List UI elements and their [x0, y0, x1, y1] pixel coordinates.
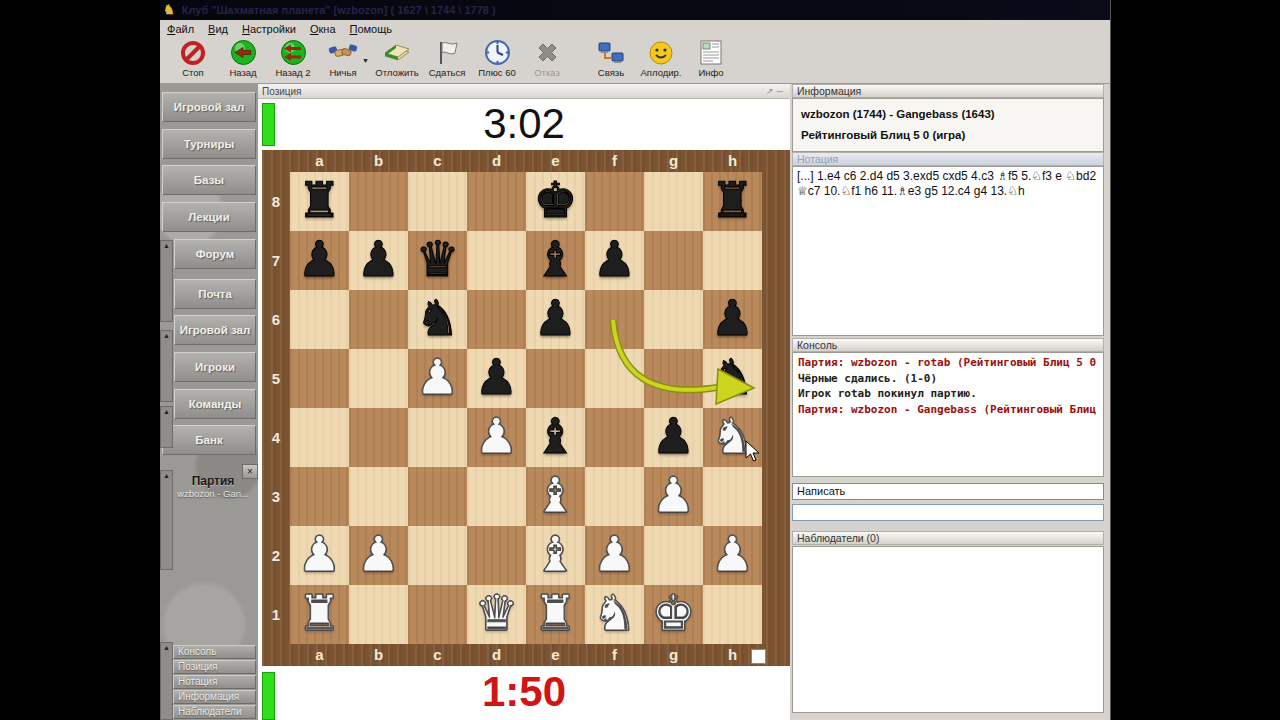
notation-panel[interactable]: [...] 1.e4 c6 2.d4 d5 3.exd5 cxd5 4.c3 ♗…: [792, 166, 1104, 336]
toolbar-button-handshake[interactable]: Ничья: [318, 38, 368, 82]
square-f3[interactable]: [585, 467, 644, 526]
reject-x-icon: [532, 38, 562, 67]
toolbar-button-label: Ничья: [329, 67, 356, 78]
toolbar-button-adjourn-book[interactable]: Отложить: [372, 38, 422, 82]
black-king-e8: ♚: [526, 172, 585, 231]
expand-arrow-icon: ▲: [163, 408, 170, 415]
black-pawn-a7: ♟: [290, 231, 349, 290]
toolbar-button-clock-plus[interactable]: Плюс 60: [472, 38, 522, 82]
file-label-d: d: [467, 150, 526, 172]
menu-item-файл[interactable]: Файл: [160, 20, 201, 38]
white-pawn-d4: ♟: [467, 408, 526, 467]
square-a2[interactable]: ♟: [290, 526, 349, 585]
restore-icon[interactable]: ↗: [766, 86, 777, 96]
file-label-h: h: [703, 150, 762, 172]
position-panel-titlebar: Позиция ↗─: [258, 84, 790, 99]
white-knight-f1: ♞: [585, 585, 644, 644]
sidebar-item-турниры[interactable]: Турниры: [162, 129, 256, 159]
square-b3[interactable]: [349, 467, 408, 526]
file-label-c: c: [408, 150, 467, 172]
file-label-c: c: [408, 644, 467, 666]
square-c7[interactable]: ♛: [408, 231, 467, 290]
sidebar-item-команды[interactable]: Команды: [174, 389, 256, 419]
console-line: Партия: wzbozon - rotab (Рейтинговый Бли…: [798, 355, 1098, 371]
expand-arrow-icon: ▲: [163, 242, 170, 249]
square-d6[interactable]: [467, 290, 526, 349]
console-panel[interactable]: Партия: wzbozon - rotab (Рейтинговый Бли…: [792, 352, 1104, 477]
sidebar-item-игровой-зал-2[interactable]: Игровой зал: [174, 315, 256, 345]
square-c6[interactable]: ♞: [408, 290, 467, 349]
close-icon[interactable]: ×: [242, 464, 258, 479]
app-knight-icon: ♞: [160, 2, 179, 17]
white-clock-area: 1:50: [258, 666, 790, 720]
square-b7[interactable]: ♟: [349, 231, 408, 290]
square-c5[interactable]: ♟: [408, 349, 467, 408]
white-pawn-a2: ♟: [290, 526, 349, 585]
square-h4[interactable]: ♞: [703, 408, 762, 467]
file-label-a: a: [290, 644, 349, 666]
sidebar-item-игровой-зал[interactable]: Игровой зал: [162, 92, 256, 122]
toolbar-button-label: Отложить: [375, 67, 418, 78]
collapsed-tab-label: во...: [160, 417, 162, 432]
rank-row-4: 4♟♝♟♞: [262, 408, 790, 467]
toolbar-button-label: Отказ: [534, 67, 560, 78]
link-computers-icon: [596, 38, 626, 67]
rank-label-6: 6: [262, 290, 290, 349]
window-titlebar: ♞ Клуб "Шахматная планета" [wzbozon] ( 1…: [160, 0, 1110, 20]
rank-row-1: 1♜♛♜♞♚: [262, 585, 790, 644]
black-clock: 3:02: [258, 100, 790, 148]
square-h6[interactable]: ♟: [703, 290, 762, 349]
square-f1[interactable]: ♞: [585, 585, 644, 644]
file-label-e: e: [526, 150, 585, 172]
toolbar-button-label: Назад: [229, 67, 256, 78]
dropdown-caret-icon[interactable]: ▼: [362, 38, 372, 82]
white-pawn-b2: ♟: [349, 526, 408, 585]
square-b8[interactable]: [349, 172, 408, 231]
collapsed-tab-strip[interactable]: ▲форум, поч...: [160, 240, 173, 322]
square-b6[interactable]: [349, 290, 408, 349]
collapsed-tab-label: па...: [160, 481, 162, 496]
square-b5[interactable]: [349, 349, 408, 408]
square-d5[interactable]: ♟: [467, 349, 526, 408]
rank-row-8: 8♜♚♜: [262, 172, 790, 231]
back-icon: [228, 38, 258, 67]
black-time-bar: [262, 103, 275, 146]
square-e1[interactable]: ♜: [526, 585, 585, 644]
square-h1[interactable]: [703, 585, 762, 644]
sidebar-item-банк[interactable]: Банк: [162, 425, 256, 455]
square-f5[interactable]: [585, 349, 644, 408]
white-knight-h4: ♞: [703, 408, 762, 467]
rank-label-2: 2: [262, 526, 290, 585]
toolbar-button-applaud-smiley[interactable]: Аплодир.: [636, 38, 686, 82]
square-a6[interactable]: [290, 290, 349, 349]
collapsed-tab-strip[interactable]: ▲Окна режи...: [160, 642, 173, 720]
square-f2[interactable]: ♟: [585, 526, 644, 585]
square-g6[interactable]: [644, 290, 703, 349]
square-f6[interactable]: [585, 290, 644, 349]
game-tab[interactable]: ×Партияwzbozon - Gan...: [170, 456, 256, 508]
square-c1[interactable]: [408, 585, 467, 644]
window-title: Клуб "Шахматная планета" [wzbozon] ( 162…: [182, 4, 496, 16]
observers-list[interactable]: [792, 546, 1104, 713]
sidebar-view-button-позиция[interactable]: Позиция: [173, 660, 256, 674]
chat-write-label: Написать: [792, 483, 1104, 500]
sidebar-item-почта[interactable]: Почта: [174, 279, 256, 309]
square-h5[interactable]: ♞: [703, 349, 762, 408]
square-e6[interactable]: ♟: [526, 290, 585, 349]
square-d2[interactable]: [467, 526, 526, 585]
square-e3[interactable]: ♝: [526, 467, 585, 526]
black-bishop-e4: ♝: [526, 408, 585, 467]
file-label-f: f: [585, 644, 644, 666]
position-panel-title: Позиция: [262, 86, 302, 97]
white-rook-e1: ♜: [526, 585, 585, 644]
toolbar-button-label: Плюс 60: [478, 67, 515, 78]
files-row-bottom: abcdefgh: [262, 644, 790, 666]
side-to-move-indicator-white: [751, 649, 766, 664]
square-b4[interactable]: [349, 408, 408, 467]
toolbar-button-stop[interactable]: Стоп: [168, 38, 218, 82]
sidebar: Игровой залТурнирыБазыЛекцииФорумПочтаИг…: [160, 84, 258, 720]
expand-arrow-icon: ▲: [163, 644, 170, 651]
observers-panel-header: Наблюдатели (0): [792, 531, 1104, 545]
square-a8[interactable]: ♜: [290, 172, 349, 231]
chess-board: abcdefgh8♜♚♜7♟♟♛♝♟6♞♟♟5♟♟♞4♟♝♟♞3♝♟2♟♟♝♟♟…: [262, 150, 790, 666]
file-label-g: g: [644, 644, 703, 666]
toolbar-button-label: Стоп: [182, 67, 204, 78]
rank-row-7: 7♟♟♛♝♟: [262, 231, 790, 290]
square-b1[interactable]: [349, 585, 408, 644]
square-g8[interactable]: [644, 172, 703, 231]
square-h2[interactable]: ♟: [703, 526, 762, 585]
collapsed-tab-strip[interactable]: ▲во...: [160, 406, 173, 448]
file-label-a: a: [290, 150, 349, 172]
white-time-bar: [262, 672, 275, 720]
info-panel: wzbozon (1744) - Gangebass (1643) Рейтин…: [792, 98, 1104, 152]
square-g3[interactable]: ♟: [644, 467, 703, 526]
square-c3[interactable]: [408, 467, 467, 526]
toolbar-button-label: Сдаться: [429, 67, 466, 78]
collapsed-tab-label: переписка: [160, 341, 162, 380]
notation-moves: [...] 1.e4 c6 2.d4 d5 3.exd5 cxd5 4.c3 ♗…: [797, 169, 1065, 183]
rank-label-8: 8: [262, 172, 290, 231]
resign-flag-icon: [432, 38, 462, 67]
info-panel-header: Информация: [792, 84, 1104, 98]
minimize-icon[interactable]: ─: [777, 86, 786, 96]
toolbar: СтопНазадНазад 2Ничья▼ОтложитьСдатьсяПлю…: [160, 38, 1110, 84]
adjourn-book-icon: [382, 38, 412, 67]
rank-row-2: 2♟♟♝♟♟: [262, 526, 790, 585]
toolbar-button-label: Аплодир.: [641, 67, 682, 78]
square-d8[interactable]: [467, 172, 526, 231]
back2-icon: [278, 38, 308, 67]
collapsed-tab-strip[interactable]: ▲переписка: [160, 330, 173, 402]
square-b2[interactable]: ♟: [349, 526, 408, 585]
toolbar-button-reject-x: Отказ: [522, 38, 572, 82]
rank-row-5: 5♟♟♞: [262, 349, 790, 408]
sidebar-item-лекции[interactable]: Лекции: [162, 202, 256, 232]
white-queen-d1: ♛: [467, 585, 526, 644]
square-g4[interactable]: ♟: [644, 408, 703, 467]
board-panel: Позиция ↗─ 3:02 abcdefgh8♜♚♜7♟♟♛♝♟6♞♟♟5♟…: [258, 84, 790, 720]
rank-row-6: 6♞♟♟: [262, 290, 790, 349]
file-label-f: f: [585, 150, 644, 172]
white-clock: 1:50: [258, 668, 790, 716]
rank-label-4: 4: [262, 408, 290, 467]
chat-input[interactable]: [792, 504, 1104, 521]
toolbar-button-label: Связь: [598, 67, 624, 78]
black-knight-h5: ♞: [703, 349, 762, 408]
square-e4[interactable]: ♝: [526, 408, 585, 467]
right-panel: Информация wzbozon (1744) - Gangebass (1…: [790, 84, 1110, 720]
file-label-g: g: [644, 150, 703, 172]
sidebar-view-button-нотация[interactable]: Нотация: [173, 675, 256, 689]
files-row-top: abcdefgh: [262, 150, 790, 172]
black-pawn-d5: ♟: [467, 349, 526, 408]
square-a1[interactable]: ♜: [290, 585, 349, 644]
sidebar-item-игроки[interactable]: Игроки: [174, 352, 256, 382]
black-bishop-e7: ♝: [526, 231, 585, 290]
black-clock-area: 3:02: [258, 99, 790, 150]
stop-icon: [178, 38, 208, 67]
collapsed-tab-label: форум, поч...: [160, 251, 162, 300]
expand-arrow-icon: ▲: [163, 332, 170, 339]
sidebar-item-базы[interactable]: Базы: [162, 165, 256, 195]
toolbar-button-label: Инфо: [698, 67, 723, 78]
square-c8[interactable]: [408, 172, 467, 231]
square-a4[interactable]: [290, 408, 349, 467]
square-h8[interactable]: ♜: [703, 172, 762, 231]
players-line: wzbozon (1744) - Gangebass (1643): [801, 104, 1095, 125]
app-window: ♞ Клуб "Шахматная планета" [wzbozon] ( 1…: [160, 0, 1111, 720]
notation-panel-header: Нотация: [792, 152, 1104, 166]
black-rook-a8: ♜: [290, 172, 349, 231]
square-e5[interactable]: [526, 349, 585, 408]
square-e8[interactable]: ♚: [526, 172, 585, 231]
console-line: Игрок rotab покинул партию.: [798, 386, 1098, 402]
black-queen-c7: ♛: [408, 231, 467, 290]
rank-label-1: 1: [262, 585, 290, 644]
square-e7[interactable]: ♝: [526, 231, 585, 290]
white-bishop-e3: ♝: [526, 467, 585, 526]
square-h7[interactable]: [703, 231, 762, 290]
file-label-e: e: [526, 644, 585, 666]
menu-item-окна[interactable]: Окна: [303, 20, 343, 38]
console-panel-header: Консоль: [792, 338, 1104, 352]
clock-plus-icon: [482, 38, 512, 67]
square-d4[interactable]: ♟: [467, 408, 526, 467]
black-pawn-h6: ♟: [703, 290, 762, 349]
toolbar-button-label: Назад 2: [275, 67, 310, 78]
sidebar-view-button-наблюдатели[interactable]: Наблюдатели: [173, 705, 256, 719]
square-g1[interactable]: ♚: [644, 585, 703, 644]
square-f8[interactable]: [585, 172, 644, 231]
black-pawn-b7: ♟: [349, 231, 408, 290]
square-a3[interactable]: [290, 467, 349, 526]
square-e2[interactable]: ♝: [526, 526, 585, 585]
file-label-b: b: [349, 150, 408, 172]
square-a5[interactable]: [290, 349, 349, 408]
square-g7[interactable]: [644, 231, 703, 290]
white-rook-a1: ♜: [290, 585, 349, 644]
toolbar-button-resign-flag[interactable]: Сдаться: [422, 38, 472, 82]
square-c4[interactable]: [408, 408, 467, 467]
square-c2[interactable]: [408, 526, 467, 585]
white-pawn-c5: ♟: [408, 349, 467, 408]
rank-label-5: 5: [262, 349, 290, 408]
square-h3[interactable]: [703, 467, 762, 526]
menu-item-вид[interactable]: Вид: [201, 20, 235, 38]
square-d7[interactable]: [467, 231, 526, 290]
applaud-smiley-icon: [646, 38, 676, 67]
sidebar-item-форум[interactable]: Форум: [174, 239, 256, 269]
black-pawn-g4: ♟: [644, 408, 703, 467]
sidebar-view-button-консоль[interactable]: Консоль: [173, 645, 256, 659]
menu-item-настройки[interactable]: Настройки: [235, 20, 303, 38]
event-line: Рейтинговый Блиц 5 0 (игра): [801, 125, 1095, 146]
white-bishop-e2: ♝: [526, 526, 585, 585]
info-doc-icon: [696, 38, 726, 67]
rank-row-3: 3♝♟: [262, 467, 790, 526]
file-label-b: b: [349, 644, 408, 666]
menu-item-помощь[interactable]: Помощь: [343, 20, 400, 38]
expand-arrow-icon: ▲: [163, 472, 170, 479]
toolbar-button-back[interactable]: Назад: [218, 38, 268, 82]
game-tab-subtitle: wzbozon - Gan...: [170, 488, 256, 499]
square-d1[interactable]: ♛: [467, 585, 526, 644]
console-line: Партия: wzbozon - Gangebass (Рейтинговый…: [798, 402, 1098, 418]
rank-label-3: 3: [262, 467, 290, 526]
square-d3[interactable]: [467, 467, 526, 526]
file-label-d: d: [467, 644, 526, 666]
console-line: Чёрные сдались. (1-0): [798, 371, 1098, 387]
rank-label-7: 7: [262, 231, 290, 290]
black-pawn-e6: ♟: [526, 290, 585, 349]
white-pawn-g3: ♟: [644, 467, 703, 526]
handshake-icon: [328, 38, 358, 67]
white-pawn-h2: ♟: [703, 526, 762, 585]
toolbar-button-info-doc[interactable]: Инфо: [686, 38, 736, 82]
white-pawn-f2: ♟: [585, 526, 644, 585]
sidebar-view-button-информация[interactable]: Информация: [173, 690, 256, 704]
toolbar-button-link-computers[interactable]: Связь: [586, 38, 636, 82]
black-rook-h8: ♜: [703, 172, 762, 231]
square-a7[interactable]: ♟: [290, 231, 349, 290]
black-pawn-f7: ♟: [585, 231, 644, 290]
video-frame: ♞ Клуб "Шахматная планета" [wzbozon] ( 1…: [0, 0, 1280, 720]
black-knight-c6: ♞: [408, 290, 467, 349]
toolbar-button-back2[interactable]: Назад 2: [268, 38, 318, 82]
square-g2[interactable]: [644, 526, 703, 585]
square-f4[interactable]: [585, 408, 644, 467]
square-f7[interactable]: ♟: [585, 231, 644, 290]
square-g5[interactable]: [644, 349, 703, 408]
menu-bar: ФайлВидНастройкиОкнаПомощь: [160, 20, 1110, 39]
collapsed-tab-label: Окна режи...: [160, 653, 162, 699]
white-king-g1: ♚: [644, 585, 703, 644]
